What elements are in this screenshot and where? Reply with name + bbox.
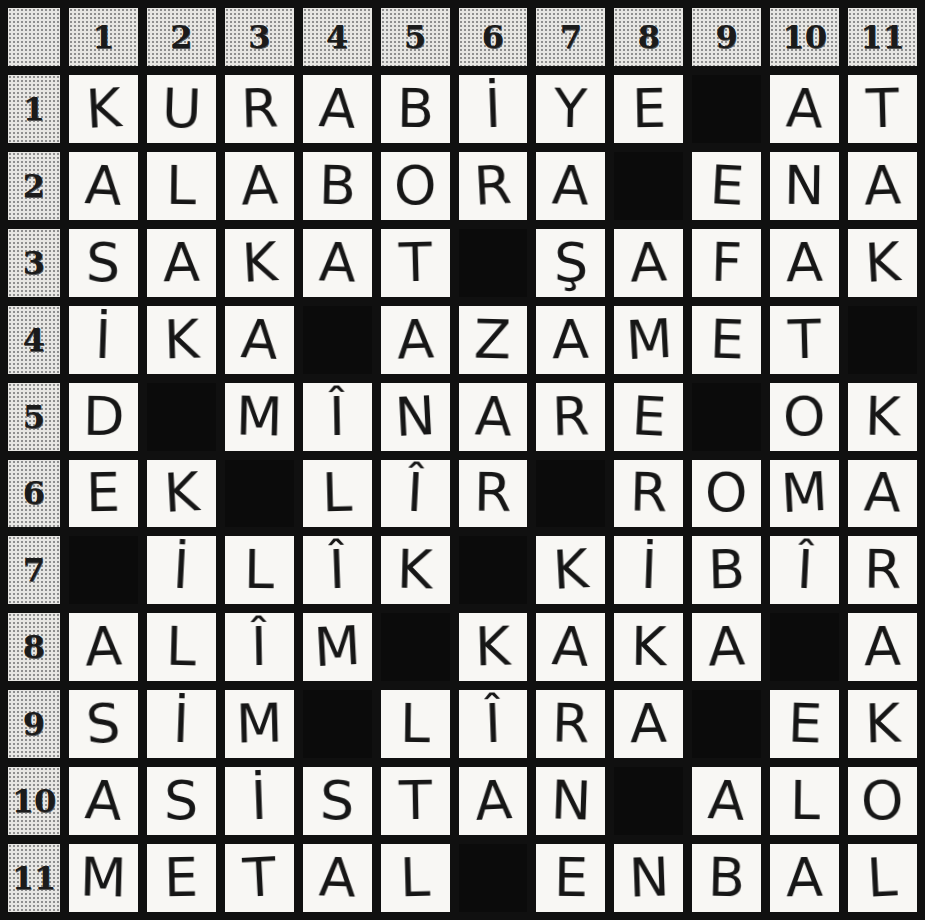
- grid-cell[interactable]: R: [614, 460, 683, 528]
- cell-letter: K: [240, 235, 278, 291]
- cell-letter: N: [550, 773, 592, 828]
- row-header-label: 8: [23, 631, 45, 663]
- cell-letter: A: [707, 773, 747, 829]
- row-header-label: 10: [12, 785, 57, 817]
- grid-cell[interactable]: N: [614, 844, 683, 912]
- row-header: 11: [8, 844, 60, 912]
- grid-cell[interactable]: L: [848, 844, 917, 912]
- grid-cell[interactable]: A: [770, 229, 839, 297]
- grid-cell[interactable]: A: [848, 152, 917, 220]
- grid-cell[interactable]: A: [614, 229, 683, 297]
- cell-letter: T: [398, 235, 432, 290]
- grid-cell[interactable]: A: [303, 844, 372, 912]
- cell-letter: K: [552, 543, 590, 599]
- block-cell: [848, 306, 917, 374]
- grid-cell[interactable]: K: [69, 75, 138, 143]
- cell-letter: A: [629, 235, 668, 290]
- cell-letter: L: [244, 543, 275, 597]
- cell-letter: Y: [554, 82, 588, 137]
- cell-letter: İ: [172, 543, 191, 598]
- col-header: 7: [536, 8, 605, 66]
- grid-cell[interactable]: E: [69, 460, 138, 528]
- grid-cell[interactable]: O: [381, 152, 450, 220]
- grid-cell[interactable]: A: [536, 152, 605, 220]
- cell-letter: M: [235, 389, 283, 444]
- cell-letter: K: [163, 312, 200, 367]
- grid-cell[interactable]: R: [848, 536, 917, 604]
- grid-cell[interactable]: D: [69, 383, 138, 451]
- cell-letter: K: [863, 235, 901, 291]
- cell-letter: Î: [329, 389, 346, 443]
- cell-letter: A: [863, 466, 902, 521]
- block-cell: [692, 383, 761, 451]
- cell-letter: B: [396, 82, 434, 137]
- grid-cell[interactable]: T: [381, 767, 450, 835]
- grid-cell[interactable]: N: [770, 152, 839, 220]
- grid-cell[interactable]: N: [381, 383, 450, 451]
- cell-letter: A: [551, 619, 591, 675]
- cell-letter: İ: [95, 312, 113, 367]
- grid-cell[interactable]: R: [459, 460, 528, 528]
- cell-letter: A: [84, 158, 124, 214]
- cell-letter: M: [312, 619, 361, 675]
- grid-cell[interactable]: İ: [225, 767, 294, 835]
- cell-letter: B: [318, 158, 356, 213]
- cell-letter: R: [474, 466, 512, 521]
- cell-letter: R: [240, 81, 279, 136]
- row-header: 9: [8, 690, 60, 758]
- cell-letter: R: [551, 697, 590, 752]
- col-header: 3: [225, 8, 294, 66]
- row-header-label: 2: [23, 170, 45, 202]
- cell-letter: Î: [406, 466, 425, 521]
- grid-cell[interactable]: B: [692, 844, 761, 912]
- grid-cell[interactable]: E: [692, 152, 761, 220]
- grid-cell[interactable]: K: [459, 613, 528, 681]
- cell-letter: A: [630, 697, 668, 752]
- grid-cell[interactable]: B: [303, 152, 372, 220]
- grid-cell[interactable]: K: [848, 383, 917, 451]
- cell-letter: K: [84, 81, 122, 137]
- grid-cell[interactable]: S: [147, 767, 216, 835]
- cell-letter: A: [551, 158, 590, 213]
- grid-cell[interactable]: A: [303, 229, 372, 297]
- cell-letter: A: [786, 851, 824, 906]
- cell-letter: R: [863, 543, 901, 598]
- grid-cell[interactable]: B: [692, 536, 761, 604]
- col-header-label: 9: [716, 21, 738, 53]
- cell-letter: E: [630, 389, 667, 445]
- cell-letter: Î: [328, 543, 346, 598]
- col-header: 11: [848, 8, 917, 66]
- grid-cell[interactable]: Z: [459, 306, 528, 374]
- col-header: 5: [381, 8, 450, 66]
- col-header-label: 6: [482, 21, 504, 53]
- block-cell: [614, 767, 683, 835]
- cell-letter: B: [707, 851, 745, 906]
- cell-letter: E: [709, 312, 745, 367]
- cell-letter: A: [474, 389, 513, 444]
- col-header: 8: [614, 8, 683, 66]
- cell-letter: S: [85, 696, 122, 752]
- grid-cell[interactable]: A: [459, 767, 528, 835]
- row-header: 7: [8, 536, 60, 604]
- grid-cell[interactable]: R: [536, 383, 605, 451]
- cell-letter: İ: [250, 774, 268, 829]
- grid-cell[interactable]: E: [770, 690, 839, 758]
- grid-cell[interactable]: A: [459, 383, 528, 451]
- cell-letter: U: [161, 81, 202, 136]
- grid-cell[interactable]: U: [147, 75, 216, 143]
- grid-cell[interactable]: O: [770, 383, 839, 451]
- block-cell: [614, 152, 683, 220]
- block-cell: [692, 75, 761, 143]
- cell-letter: N: [393, 389, 436, 445]
- cell-letter: K: [475, 620, 512, 675]
- grid-cell[interactable]: S: [303, 767, 372, 835]
- grid-cell[interactable]: A: [692, 767, 761, 835]
- cell-letter: N: [784, 159, 825, 214]
- cell-letter: L: [400, 697, 431, 751]
- grid-cell[interactable]: L: [381, 844, 450, 912]
- cell-letter: L: [321, 466, 352, 521]
- cell-letter: A: [240, 158, 279, 213]
- grid-cell[interactable]: İ: [147, 690, 216, 758]
- grid-cell[interactable]: O: [692, 460, 761, 528]
- col-header-label: 4: [326, 21, 348, 53]
- grid-cell[interactable]: Î: [459, 690, 528, 758]
- grid-cell[interactable]: E: [614, 75, 683, 143]
- cell-letter: L: [789, 774, 820, 828]
- grid-cell[interactable]: R: [225, 75, 294, 143]
- row-header: 5: [8, 383, 60, 451]
- grid-cell[interactable]: M: [770, 460, 839, 528]
- col-header: 10: [770, 8, 839, 66]
- cell-letter: A: [239, 312, 279, 368]
- grid-cell[interactable]: K: [536, 536, 605, 604]
- row-header-label: 4: [23, 324, 45, 356]
- grid-cell[interactable]: E: [614, 383, 683, 451]
- cell-letter: İ: [484, 82, 502, 137]
- cell-letter: M: [79, 850, 127, 905]
- cell-letter: E: [708, 158, 745, 214]
- row-header: 1: [8, 75, 60, 143]
- row-header-label: 5: [23, 401, 45, 433]
- grid-cell[interactable]: T: [848, 75, 917, 143]
- grid-cell[interactable]: K: [147, 460, 216, 528]
- cell-letter: M: [624, 311, 673, 367]
- cell-letter: O: [705, 466, 748, 521]
- block-cell: [381, 613, 450, 681]
- grid-cell[interactable]: Î: [303, 536, 372, 604]
- grid-cell[interactable]: A: [225, 306, 294, 374]
- grid-cell[interactable]: O: [848, 767, 917, 835]
- block-cell: [147, 383, 216, 451]
- grid-cell[interactable]: F: [692, 229, 761, 297]
- cell-letter: İ: [172, 697, 190, 752]
- block-cell: [770, 613, 839, 681]
- col-header: 2: [147, 8, 216, 66]
- row-header: 2: [8, 152, 60, 220]
- col-header: 9: [692, 8, 761, 66]
- cell-letter: K: [162, 466, 200, 522]
- col-header-label: 8: [638, 21, 660, 53]
- grid-cell[interactable]: K: [225, 229, 294, 297]
- cell-letter: K: [864, 389, 901, 444]
- cell-letter: A: [396, 312, 435, 367]
- grid-cell[interactable]: M: [69, 844, 138, 912]
- cell-letter: T: [787, 312, 821, 367]
- grid-cell[interactable]: T: [381, 229, 450, 297]
- grid-cell[interactable]: R: [536, 690, 605, 758]
- row-header-label: 9: [23, 708, 45, 740]
- grid-cell[interactable]: A: [770, 844, 839, 912]
- col-header: 4: [303, 8, 372, 66]
- cell-letter: T: [865, 82, 899, 137]
- grid-cell[interactable]: A: [536, 306, 605, 374]
- col-header-label: 7: [560, 21, 582, 53]
- cell-letter: A: [863, 158, 902, 213]
- cell-letter: A: [317, 81, 357, 137]
- block-cell: [69, 536, 138, 604]
- cell-letter: A: [318, 850, 357, 905]
- grid-cell[interactable]: K: [614, 613, 683, 681]
- cell-letter: A: [318, 235, 357, 290]
- grid-cell[interactable]: K: [147, 306, 216, 374]
- grid-cell[interactable]: M: [614, 306, 683, 374]
- grid-cell[interactable]: L: [303, 460, 372, 528]
- grid-cell[interactable]: L: [147, 152, 216, 220]
- cell-letter: A: [786, 235, 824, 290]
- cell-letter: K: [864, 697, 901, 752]
- cell-letter: O: [393, 158, 436, 213]
- cell-letter: A: [84, 773, 124, 829]
- cell-letter: S: [319, 774, 355, 829]
- cell-letter: R: [473, 158, 513, 214]
- cell-letter: K: [397, 543, 434, 598]
- cell-letter: Î: [484, 697, 502, 752]
- cell-letter: A: [552, 312, 590, 367]
- col-header-label: 5: [404, 21, 426, 53]
- cell-letter: A: [162, 235, 200, 290]
- grid-cell[interactable]: A: [381, 306, 450, 374]
- col-header-label: 1: [92, 21, 114, 53]
- grid-cell[interactable]: L: [225, 536, 294, 604]
- grid-cell[interactable]: Î: [225, 613, 294, 681]
- block-cell: [459, 536, 528, 604]
- cell-letter: T: [398, 774, 432, 829]
- cell-letter: A: [84, 620, 123, 675]
- cell-letter: L: [866, 850, 899, 906]
- cell-letter: E: [164, 851, 199, 906]
- grid-cell[interactable]: N: [536, 767, 605, 835]
- cell-letter: R: [551, 389, 590, 444]
- grid-cell[interactable]: L: [147, 613, 216, 681]
- col-header: 1: [69, 8, 138, 66]
- col-header-label: 2: [170, 21, 192, 53]
- grid-cell[interactable]: R: [459, 152, 528, 220]
- grid-cell[interactable]: A: [69, 767, 138, 835]
- grid-cell[interactable]: A: [536, 613, 605, 681]
- row-header-label: 1: [23, 93, 45, 125]
- block-cell: [536, 460, 605, 528]
- block-cell: [303, 690, 372, 758]
- grid-cell[interactable]: L: [381, 690, 450, 758]
- cell-letter: E: [86, 466, 121, 521]
- crossword-sheet: 12345678910111KURABİYEAT2ALABORAENA3SAKA…: [0, 0, 925, 920]
- cell-letter: M: [780, 465, 829, 521]
- grid-cell[interactable]: A: [303, 75, 372, 143]
- grid-cell[interactable]: İ: [459, 75, 528, 143]
- cell-letter: A: [864, 620, 902, 675]
- cell-letter: R: [629, 466, 668, 521]
- corner-cell: [8, 8, 60, 66]
- grid-cell[interactable]: K: [848, 229, 917, 297]
- block-cell: [692, 690, 761, 758]
- cell-letter: E: [553, 851, 588, 905]
- cell-letter: F: [710, 235, 742, 290]
- col-header-label: 3: [248, 21, 270, 53]
- grid-cell[interactable]: M: [225, 383, 294, 451]
- grid-cell[interactable]: E: [536, 844, 605, 912]
- grid-cell[interactable]: A: [848, 613, 917, 681]
- grid-cell[interactable]: A: [147, 229, 216, 297]
- cell-letter: Î: [795, 543, 814, 598]
- col-header-label: 10: [782, 21, 827, 53]
- col-header: 6: [459, 8, 528, 66]
- cell-letter: E: [631, 82, 666, 137]
- cell-letter: K: [631, 620, 667, 674]
- block-cell: [459, 844, 528, 912]
- cell-letter: B: [707, 543, 745, 598]
- grid-cell[interactable]: A: [69, 613, 138, 681]
- grid-cell[interactable]: İ: [614, 536, 683, 604]
- cell-letter: İ: [640, 543, 658, 598]
- col-header-label: 11: [860, 21, 905, 53]
- grid-cell[interactable]: İ: [147, 536, 216, 604]
- grid-cell[interactable]: İ: [69, 306, 138, 374]
- grid-cell[interactable]: Y: [536, 75, 605, 143]
- grid-cell[interactable]: L: [770, 767, 839, 835]
- grid-cell[interactable]: Î: [303, 383, 372, 451]
- cell-letter: S: [86, 235, 122, 290]
- row-header: 3: [8, 229, 60, 297]
- grid-cell[interactable]: Î: [770, 536, 839, 604]
- cell-letter: L: [166, 159, 197, 213]
- grid-cell[interactable]: M: [225, 690, 294, 758]
- grid-cell[interactable]: E: [692, 306, 761, 374]
- row-header: 10: [8, 767, 60, 835]
- grid-cell[interactable]: A: [848, 460, 917, 528]
- grid-cell[interactable]: Î: [381, 460, 450, 528]
- grid-cell[interactable]: T: [770, 306, 839, 374]
- cell-letter: D: [82, 389, 124, 444]
- cell-letter: Ş: [553, 236, 588, 290]
- grid-cell[interactable]: T: [225, 844, 294, 912]
- row-header-label: 11: [12, 862, 57, 894]
- grid-cell[interactable]: K: [848, 690, 917, 758]
- block-cell: [459, 229, 528, 297]
- block-cell: [303, 306, 372, 374]
- cell-letter: A: [707, 620, 746, 675]
- cell-letter: A: [473, 773, 513, 829]
- cell-letter: T: [241, 850, 277, 906]
- grid-cell[interactable]: S: [69, 229, 138, 297]
- row-header-label: 7: [23, 554, 45, 586]
- cell-letter: S: [164, 774, 199, 828]
- grid-cell[interactable]: E: [147, 844, 216, 912]
- grid-cell[interactable]: M: [303, 613, 372, 681]
- cell-letter: O: [860, 773, 904, 828]
- cell-letter: L: [399, 851, 430, 906]
- grid-cell[interactable]: A: [614, 690, 683, 758]
- cell-letter: Î: [251, 620, 268, 674]
- crossword-grid: 12345678910111KURABİYEAT2ALABORAENA3SAKA…: [0, 0, 925, 920]
- cell-letter: L: [166, 620, 197, 675]
- grid-cell[interactable]: A: [225, 152, 294, 220]
- block-cell: [225, 460, 294, 528]
- grid-cell[interactable]: Ş: [536, 229, 605, 297]
- cell-letter: O: [782, 389, 826, 444]
- row-header-label: 6: [23, 477, 45, 509]
- grid-cell[interactable]: A: [770, 75, 839, 143]
- grid-cell[interactable]: S: [69, 690, 138, 758]
- cell-letter: A: [785, 81, 824, 136]
- grid-cell[interactable]: A: [692, 613, 761, 681]
- row-header: 4: [8, 306, 60, 374]
- row-header-label: 3: [23, 247, 45, 279]
- grid-cell[interactable]: K: [381, 536, 450, 604]
- cell-letter: N: [628, 850, 670, 905]
- grid-cell[interactable]: B: [381, 75, 450, 143]
- grid-cell[interactable]: A: [69, 152, 138, 220]
- cell-letter: E: [787, 697, 823, 752]
- row-header: 6: [8, 460, 60, 528]
- cell-letter: M: [235, 697, 283, 752]
- row-header: 8: [8, 613, 60, 681]
- cell-letter: Z: [474, 312, 512, 367]
